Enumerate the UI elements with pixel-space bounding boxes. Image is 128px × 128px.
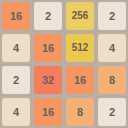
tile-r4c3: 8 — [66, 98, 94, 126]
tile-r4c4: 2 — [98, 98, 126, 126]
tile-r3c3: 16 — [66, 66, 94, 94]
tile-r1c4: 2 — [98, 2, 126, 30]
tile-r1c3: 256 — [66, 2, 94, 30]
board-2048[interactable]: 1622562416512423216841682 — [0, 0, 128, 128]
tile-r3c2: 32 — [34, 66, 62, 94]
tile-r1c2: 2 — [34, 2, 62, 30]
tile-r2c3: 512 — [66, 34, 94, 62]
tile-r2c1: 4 — [2, 34, 30, 62]
tile-r1c1: 16 — [2, 2, 30, 30]
tile-r3c1: 2 — [2, 66, 30, 94]
tile-r2c2: 16 — [34, 34, 62, 62]
tile-r4c2: 16 — [34, 98, 62, 126]
tile-r3c4: 8 — [98, 66, 126, 94]
tile-r4c1: 4 — [2, 98, 30, 126]
tile-r2c4: 4 — [98, 34, 126, 62]
